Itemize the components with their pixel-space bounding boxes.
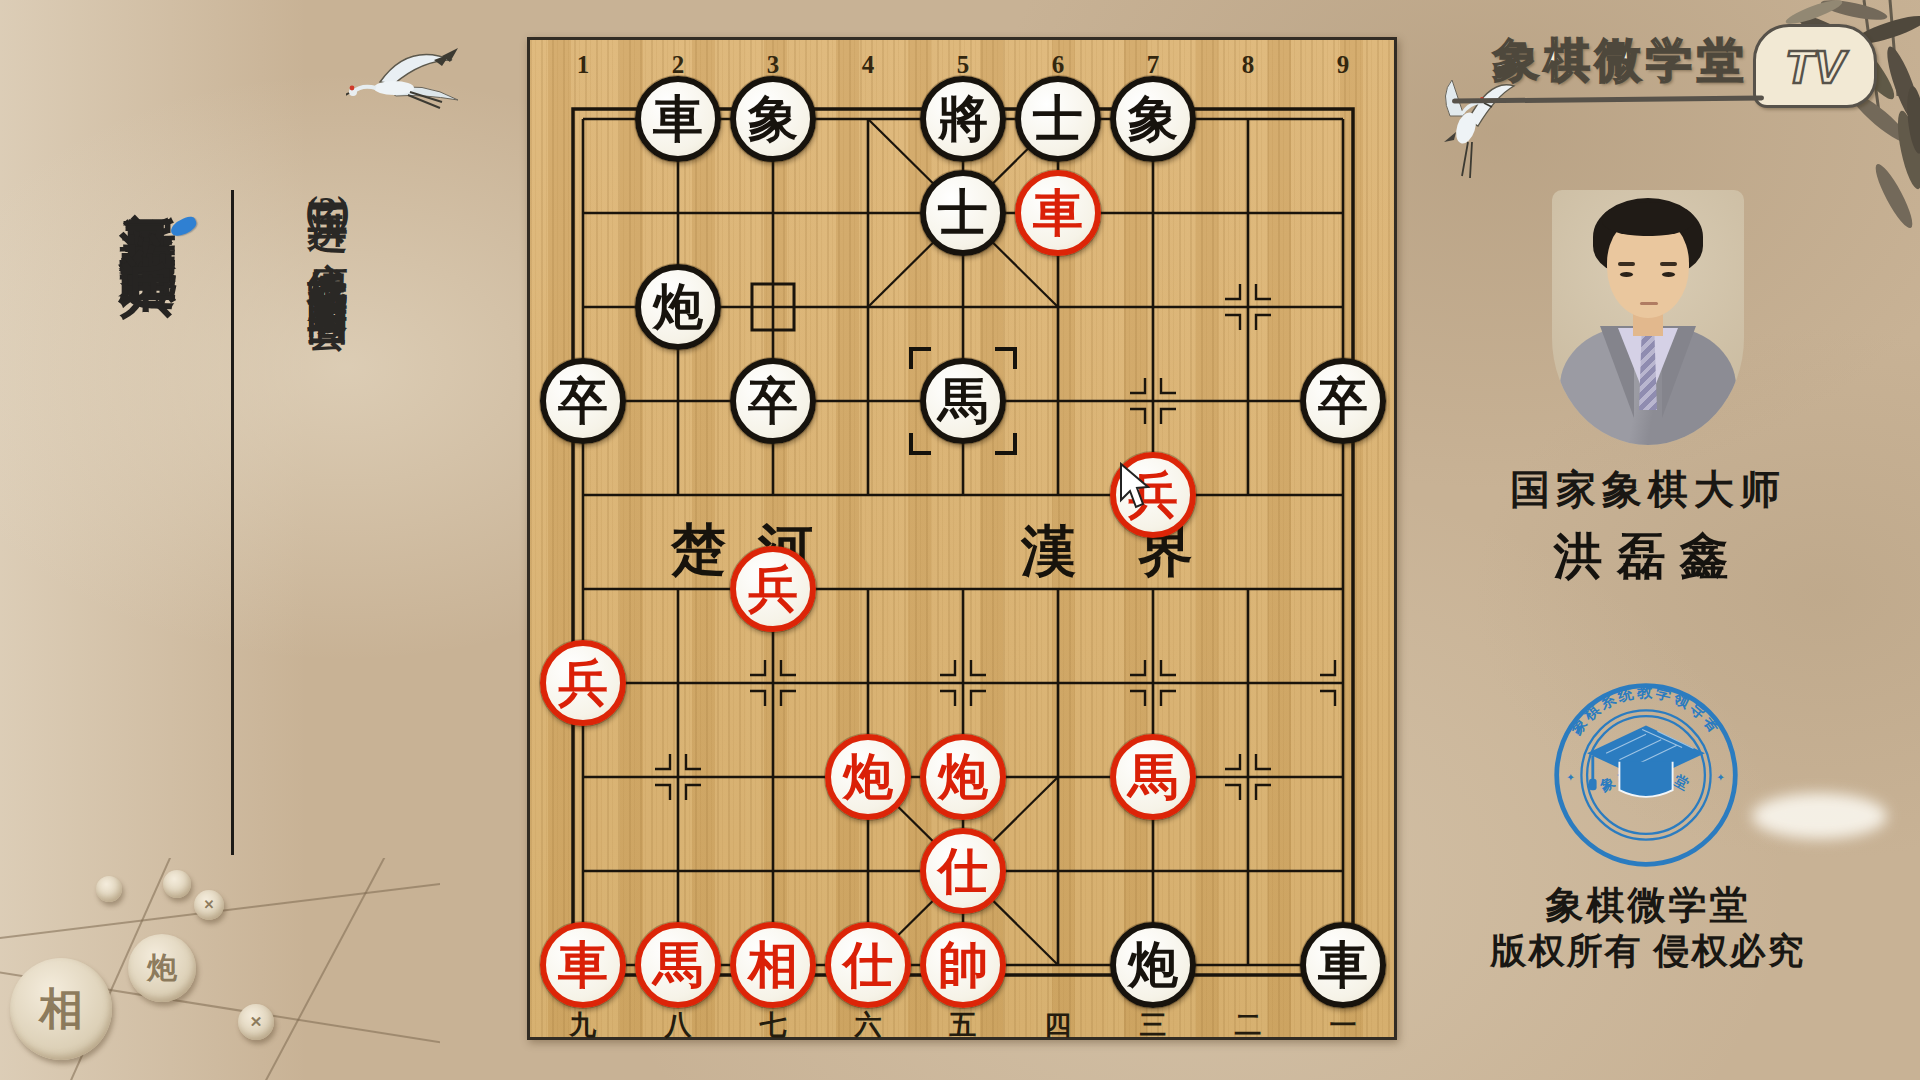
copyright-notice: 版权所有 侵权必究 — [1448, 927, 1848, 976]
file-label-top: 1 — [577, 51, 590, 79]
file-label-top: 2 — [672, 51, 685, 79]
red-piece-兵[interactable]: 兵 — [730, 546, 816, 632]
black-piece-馬[interactable]: 馬 — [920, 358, 1006, 444]
red-piece-帥[interactable]: 帥 — [920, 922, 1006, 1008]
piece-glyph: 帥 — [938, 940, 988, 990]
file-label-bottom: 六 — [855, 1007, 882, 1043]
piece-glyph: 炮 — [843, 752, 893, 802]
master-title: 国家象棋大师 — [1448, 462, 1848, 517]
piece-glyph: 炮 — [653, 282, 703, 332]
piece-glyph: 士 — [938, 188, 988, 238]
black-piece-炮[interactable]: 炮 — [635, 264, 721, 350]
piece-glyph: 仕 — [843, 940, 893, 990]
master-portrait — [1552, 190, 1744, 445]
black-piece-將[interactable]: 將 — [920, 76, 1006, 162]
black-piece-卒[interactable]: 卒 — [540, 358, 626, 444]
piece-glyph: 炮 — [938, 752, 988, 802]
black-piece-士[interactable]: 士 — [1015, 76, 1101, 162]
file-label-bottom: 三 — [1140, 1007, 1167, 1043]
file-label-bottom: 七 — [760, 1007, 787, 1043]
xiangqi-board: 123456789 九八七六五四三二一 楚河 漢界 車象將士象士車炮卒卒馬卒兵兵… — [527, 37, 1397, 1040]
piece-glyph: 卒 — [558, 376, 608, 426]
file-label-top: 6 — [1052, 51, 1065, 79]
piece-glyph: 車 — [1033, 188, 1083, 238]
black-piece-車[interactable]: 車 — [1300, 922, 1386, 1008]
mouse-cursor — [1118, 462, 1154, 510]
lesson-subtitle: 兵三进一(2)底线埋雷后的陷阱与圈套 — [295, 170, 359, 285]
portrait-mouth — [1640, 302, 1658, 305]
stone-piece-small — [96, 876, 122, 902]
channel-logo: 象棋微学堂 — [1493, 30, 1748, 92]
stone-piece-pao: 炮 — [128, 934, 196, 1002]
piece-glyph: 仕 — [938, 846, 988, 896]
black-piece-車[interactable]: 車 — [635, 76, 721, 162]
school-seal: 象棋系统教学领导者 象棋微学堂 ✦ ✦ — [1551, 680, 1741, 870]
piece-glyph: 卒 — [1318, 376, 1368, 426]
stone-piece-small — [163, 870, 191, 898]
red-piece-仕[interactable]: 仕 — [920, 828, 1006, 914]
piece-glyph: 車 — [653, 94, 703, 144]
title-divider — [231, 190, 234, 855]
red-piece-炮[interactable]: 炮 — [825, 734, 911, 820]
piece-glyph: 馬 — [653, 940, 703, 990]
file-label-top: 5 — [957, 51, 970, 79]
piece-glyph: 將 — [938, 94, 988, 144]
red-piece-相[interactable]: 相 — [730, 922, 816, 1008]
piece-glyph: 相 — [748, 940, 798, 990]
piece-glyph: 象 — [748, 94, 798, 144]
file-label-top: 3 — [767, 51, 780, 79]
red-piece-馬[interactable]: 馬 — [1110, 734, 1196, 820]
black-piece-卒[interactable]: 卒 — [1300, 358, 1386, 444]
svg-text:✦: ✦ — [1716, 772, 1725, 783]
black-piece-卒[interactable]: 卒 — [730, 358, 816, 444]
file-label-bottom: 一 — [1330, 1007, 1357, 1043]
piece-glyph: 兵 — [558, 658, 608, 708]
red-piece-炮[interactable]: 炮 — [920, 734, 1006, 820]
svg-text:✦: ✦ — [1566, 772, 1575, 783]
file-label-bottom: 九 — [570, 1007, 597, 1043]
file-label-top: 9 — [1337, 51, 1350, 79]
red-piece-仕[interactable]: 仕 — [825, 922, 911, 1008]
piece-glyph: 士 — [1033, 94, 1083, 144]
master-name: 洪磊鑫 — [1448, 524, 1848, 590]
subtitle-number: (2) — [305, 190, 350, 230]
black-piece-士[interactable]: 士 — [920, 170, 1006, 256]
subtitle-rest: 底线埋雷后的陷阱与圈套 — [305, 230, 350, 285]
black-piece-炮[interactable]: 炮 — [1110, 922, 1196, 1008]
stone-piece-xiang: 相 — [10, 958, 112, 1060]
portrait-brow — [1660, 262, 1677, 266]
file-label-bottom: 八 — [665, 1007, 692, 1043]
piece-glyph: 象 — [1128, 94, 1178, 144]
crane-icon — [1438, 76, 1518, 201]
file-label-top: 4 — [862, 51, 875, 79]
stone-piece-small: ✕ — [194, 890, 224, 920]
black-piece-象[interactable]: 象 — [730, 76, 816, 162]
red-piece-馬[interactable]: 馬 — [635, 922, 721, 1008]
piece-glyph: 卒 — [748, 376, 798, 426]
file-label-top: 8 — [1242, 51, 1255, 79]
portrait-eye — [1620, 272, 1633, 277]
file-label-bottom: 二 — [1235, 1007, 1262, 1043]
piece-glyph: 車 — [1318, 940, 1368, 990]
cloud-wisp — [1752, 793, 1887, 839]
piece-glyph: 馬 — [938, 376, 988, 426]
tv-badge: TV — [1753, 24, 1877, 108]
red-piece-車[interactable]: 車 — [540, 922, 626, 1008]
red-piece-兵[interactable]: 兵 — [540, 640, 626, 726]
file-label-top: 7 — [1147, 51, 1160, 79]
piece-glyph: 炮 — [1128, 940, 1178, 990]
file-label-bottom: 五 — [950, 1007, 977, 1043]
portrait-eye — [1662, 272, 1675, 277]
stone-piece-small: ✕ — [238, 1004, 274, 1040]
studio-name: 象棋微学堂 — [1448, 880, 1848, 931]
portrait-tie — [1639, 330, 1657, 410]
portrait-hair-bang — [1602, 202, 1694, 236]
piece-glyph: 馬 — [1128, 752, 1178, 802]
tv-badge-label: TV — [1785, 39, 1845, 94]
decor-stones-scene: 相 炮 ✕ ✕ — [0, 858, 440, 1080]
subtitle-move: 兵三进一 — [305, 170, 350, 190]
portrait-brow — [1618, 262, 1635, 266]
piece-glyph: 車 — [558, 940, 608, 990]
crane-icon — [346, 38, 464, 130]
red-piece-車[interactable]: 車 — [1015, 170, 1101, 256]
blue-brush-mark-icon — [168, 214, 199, 238]
black-piece-象[interactable]: 象 — [1110, 76, 1196, 162]
file-label-bottom: 四 — [1045, 1007, 1072, 1043]
piece-glyph: 兵 — [748, 564, 798, 614]
lesson-main-title: 新派屏风马抗击中炮急进中兵 — [88, 166, 204, 218]
